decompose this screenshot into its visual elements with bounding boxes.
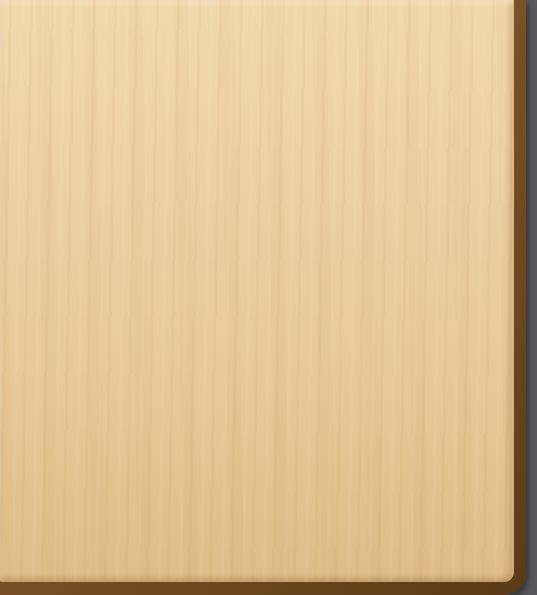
screenshot-root: { "game": "xiangqi", "app_view": "wooden… <box>0 0 537 595</box>
board-grid <box>0 0 514 582</box>
board-surface[interactable] <box>0 0 514 582</box>
xiangqi-board <box>0 0 526 595</box>
